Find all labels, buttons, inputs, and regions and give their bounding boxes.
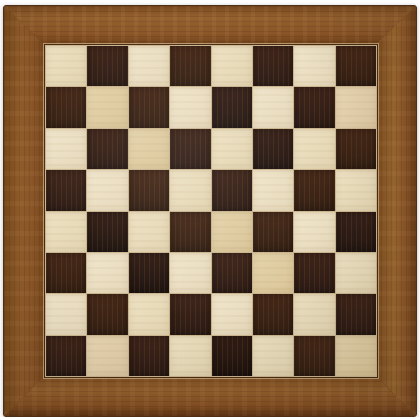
square-a6[interactable] bbox=[46, 129, 86, 169]
square-a5[interactable] bbox=[46, 170, 86, 210]
square-c5[interactable] bbox=[129, 170, 169, 210]
square-e4[interactable] bbox=[212, 212, 252, 252]
square-f6[interactable] bbox=[253, 129, 293, 169]
square-h1[interactable] bbox=[336, 336, 376, 376]
square-b1[interactable] bbox=[87, 336, 127, 376]
square-a8[interactable] bbox=[46, 46, 86, 86]
square-a2[interactable] bbox=[46, 294, 86, 334]
square-b3[interactable] bbox=[87, 253, 127, 293]
square-e1[interactable] bbox=[212, 336, 252, 376]
square-c7[interactable] bbox=[129, 87, 169, 127]
square-g7[interactable] bbox=[294, 87, 334, 127]
square-a3[interactable] bbox=[46, 253, 86, 293]
square-c1[interactable] bbox=[129, 336, 169, 376]
square-h2[interactable] bbox=[336, 294, 376, 334]
square-e8[interactable] bbox=[212, 46, 252, 86]
square-f7[interactable] bbox=[253, 87, 293, 127]
square-e3[interactable] bbox=[212, 253, 252, 293]
square-f2[interactable] bbox=[253, 294, 293, 334]
square-e2[interactable] bbox=[212, 294, 252, 334]
frame-rail-top bbox=[4, 6, 416, 44]
square-h4[interactable] bbox=[336, 212, 376, 252]
square-d7[interactable] bbox=[170, 87, 210, 127]
square-f3[interactable] bbox=[253, 253, 293, 293]
frame-rail-left bbox=[4, 6, 44, 416]
square-f1[interactable] bbox=[253, 336, 293, 376]
chess-board bbox=[44, 44, 378, 378]
square-a4[interactable] bbox=[46, 212, 86, 252]
square-g1[interactable] bbox=[294, 336, 334, 376]
square-a1[interactable] bbox=[46, 336, 86, 376]
frame-rail-right bbox=[376, 6, 416, 416]
square-b6[interactable] bbox=[87, 129, 127, 169]
square-e7[interactable] bbox=[212, 87, 252, 127]
square-d1[interactable] bbox=[170, 336, 210, 376]
square-g8[interactable] bbox=[294, 46, 334, 86]
square-a7[interactable] bbox=[46, 87, 86, 127]
square-f8[interactable] bbox=[253, 46, 293, 86]
board-frame bbox=[3, 5, 417, 417]
square-b7[interactable] bbox=[87, 87, 127, 127]
square-g2[interactable] bbox=[294, 294, 334, 334]
square-f5[interactable] bbox=[253, 170, 293, 210]
square-b8[interactable] bbox=[87, 46, 127, 86]
square-g3[interactable] bbox=[294, 253, 334, 293]
square-d8[interactable] bbox=[170, 46, 210, 86]
square-c8[interactable] bbox=[129, 46, 169, 86]
square-d3[interactable] bbox=[170, 253, 210, 293]
square-e6[interactable] bbox=[212, 129, 252, 169]
square-c6[interactable] bbox=[129, 129, 169, 169]
square-d6[interactable] bbox=[170, 129, 210, 169]
square-h8[interactable] bbox=[336, 46, 376, 86]
square-h5[interactable] bbox=[336, 170, 376, 210]
square-h6[interactable] bbox=[336, 129, 376, 169]
square-d5[interactable] bbox=[170, 170, 210, 210]
square-c4[interactable] bbox=[129, 212, 169, 252]
square-g5[interactable] bbox=[294, 170, 334, 210]
square-c3[interactable] bbox=[129, 253, 169, 293]
square-h3[interactable] bbox=[336, 253, 376, 293]
square-b4[interactable] bbox=[87, 212, 127, 252]
square-d2[interactable] bbox=[170, 294, 210, 334]
square-g6[interactable] bbox=[294, 129, 334, 169]
square-e5[interactable] bbox=[212, 170, 252, 210]
square-c2[interactable] bbox=[129, 294, 169, 334]
square-h7[interactable] bbox=[336, 87, 376, 127]
square-f4[interactable] bbox=[253, 212, 293, 252]
square-b5[interactable] bbox=[87, 170, 127, 210]
frame-rail-bottom bbox=[4, 376, 416, 416]
square-b2[interactable] bbox=[87, 294, 127, 334]
square-d4[interactable] bbox=[170, 212, 210, 252]
square-g4[interactable] bbox=[294, 212, 334, 252]
